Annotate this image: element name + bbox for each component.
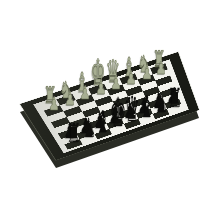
checkerboard (40, 63, 183, 149)
product-photo: ♜♞♝♚♛♝♞♜♟♟♟♟♟♟♟♟♟♟♟♟♟♟♟♟♜♞♝♚♛♝♞♜ (0, 0, 210, 210)
